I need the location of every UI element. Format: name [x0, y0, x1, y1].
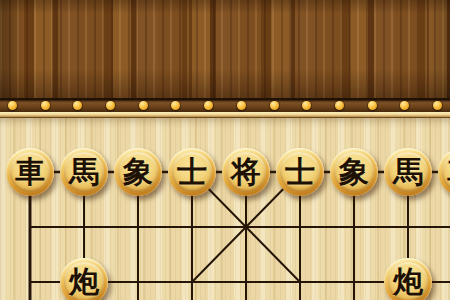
piece-character: 象 [339, 157, 369, 187]
piece-character: 炮 [393, 267, 423, 297]
piece-black-elephant[interactable]: 象 [114, 148, 162, 196]
piece-character: 車 [15, 157, 45, 187]
piece-character: 馬 [393, 157, 423, 187]
rail-stud-icon [433, 101, 442, 110]
rail-stud-icon [400, 101, 409, 110]
rail-stud-icon [335, 101, 344, 110]
piece-character: 士 [285, 157, 315, 187]
piece-character: 士 [177, 157, 207, 187]
piece-black-horse[interactable]: 馬 [384, 148, 432, 196]
rail-stud-icon [106, 101, 115, 110]
rail-stud-icon [139, 101, 148, 110]
rail-stud-icon [302, 101, 311, 110]
rail-stud-icon [171, 101, 180, 110]
piece-layer: 車馬象士将士象馬車炮炮 [3, 144, 450, 300]
piece-black-cannon[interactable]: 炮 [384, 258, 432, 300]
piece-black-advisor[interactable]: 士 [168, 148, 216, 196]
piece-black-chariot[interactable]: 車 [438, 148, 450, 196]
piece-black-general[interactable]: 将 [222, 148, 270, 196]
wood-background [0, 0, 450, 98]
rail-stud-icon [41, 101, 50, 110]
rail-stud-icon [73, 101, 82, 110]
game-screen: 車馬象士将士象馬車炮炮 [0, 0, 450, 300]
rail-stud-icon [237, 101, 246, 110]
piece-character: 将 [231, 157, 261, 187]
piece-black-chariot[interactable]: 車 [6, 148, 54, 196]
piece-black-horse[interactable]: 馬 [60, 148, 108, 196]
piece-character: 炮 [69, 267, 99, 297]
piece-character: 馬 [69, 157, 99, 187]
rail-stud-icon [8, 101, 17, 110]
rail-stud-icon [204, 101, 213, 110]
piece-black-elephant[interactable]: 象 [330, 148, 378, 196]
rail-stud-icon [270, 101, 279, 110]
piece-black-advisor[interactable]: 士 [276, 148, 324, 196]
stud-rail [0, 98, 450, 112]
piece-black-cannon[interactable]: 炮 [60, 258, 108, 300]
piece-character: 象 [123, 157, 153, 187]
rail-stud-icon [368, 101, 377, 110]
